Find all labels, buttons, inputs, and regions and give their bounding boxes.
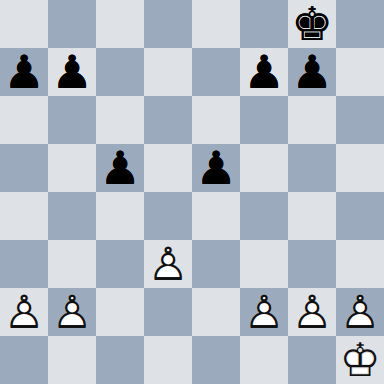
square-c7[interactable] xyxy=(96,48,144,96)
square-f5[interactable] xyxy=(240,144,288,192)
square-d7[interactable] xyxy=(144,48,192,96)
square-d2[interactable] xyxy=(144,288,192,336)
square-g2[interactable]: ♟♙ xyxy=(288,288,336,336)
square-g3[interactable] xyxy=(288,240,336,288)
piece-outline-glyph: ♙ xyxy=(240,288,288,336)
square-h5[interactable] xyxy=(336,144,384,192)
square-c5[interactable]: ♟♙ xyxy=(96,144,144,192)
black-pawn-g7: ♟♙ xyxy=(288,48,336,96)
square-g7[interactable]: ♟♙ xyxy=(288,48,336,96)
square-g6[interactable] xyxy=(288,96,336,144)
square-a3[interactable] xyxy=(0,240,48,288)
square-g4[interactable] xyxy=(288,192,336,240)
square-e2[interactable] xyxy=(192,288,240,336)
square-b6[interactable] xyxy=(48,96,96,144)
square-b7[interactable]: ♟♙ xyxy=(48,48,96,96)
square-a8[interactable] xyxy=(0,0,48,48)
white-pawn-a2: ♟♙ xyxy=(0,288,48,336)
square-e1[interactable] xyxy=(192,336,240,384)
piece-outline-glyph: ♔ xyxy=(288,0,336,48)
chess-board: ♚♔♟♙♟♙♟♙♟♙♟♙♟♙♟♙♟♙♟♙♟♙♟♙♟♙♚♔ xyxy=(0,0,384,384)
square-a6[interactable] xyxy=(0,96,48,144)
square-g1[interactable] xyxy=(288,336,336,384)
square-a4[interactable] xyxy=(0,192,48,240)
square-e8[interactable] xyxy=(192,0,240,48)
black-pawn-a7: ♟♙ xyxy=(0,48,48,96)
square-d3[interactable]: ♟♙ xyxy=(144,240,192,288)
square-c4[interactable] xyxy=(96,192,144,240)
square-e7[interactable] xyxy=(192,48,240,96)
square-a7[interactable]: ♟♙ xyxy=(0,48,48,96)
square-e5[interactable]: ♟♙ xyxy=(192,144,240,192)
square-c3[interactable] xyxy=(96,240,144,288)
square-d8[interactable] xyxy=(144,0,192,48)
square-f7[interactable]: ♟♙ xyxy=(240,48,288,96)
square-b8[interactable] xyxy=(48,0,96,48)
white-pawn-d3: ♟♙ xyxy=(144,240,192,288)
square-f3[interactable] xyxy=(240,240,288,288)
square-f4[interactable] xyxy=(240,192,288,240)
square-e6[interactable] xyxy=(192,96,240,144)
square-h3[interactable] xyxy=(336,240,384,288)
square-b4[interactable] xyxy=(48,192,96,240)
square-b5[interactable] xyxy=(48,144,96,192)
square-h7[interactable] xyxy=(336,48,384,96)
square-d4[interactable] xyxy=(144,192,192,240)
piece-outline-glyph: ♙ xyxy=(96,144,144,192)
square-f2[interactable]: ♟♙ xyxy=(240,288,288,336)
piece-outline-glyph: ♙ xyxy=(144,240,192,288)
square-c2[interactable] xyxy=(96,288,144,336)
square-f1[interactable] xyxy=(240,336,288,384)
square-c1[interactable] xyxy=(96,336,144,384)
square-h8[interactable] xyxy=(336,0,384,48)
white-king-h1: ♚♔ xyxy=(336,336,384,384)
piece-outline-glyph: ♙ xyxy=(288,288,336,336)
square-h6[interactable] xyxy=(336,96,384,144)
white-pawn-b2: ♟♙ xyxy=(48,288,96,336)
piece-outline-glyph: ♙ xyxy=(48,288,96,336)
square-f8[interactable] xyxy=(240,0,288,48)
piece-outline-glyph: ♙ xyxy=(240,48,288,96)
piece-outline-glyph: ♙ xyxy=(0,48,48,96)
piece-outline-glyph: ♙ xyxy=(192,144,240,192)
square-f6[interactable] xyxy=(240,96,288,144)
piece-outline-glyph: ♙ xyxy=(0,288,48,336)
black-pawn-f7: ♟♙ xyxy=(240,48,288,96)
square-h4[interactable] xyxy=(336,192,384,240)
white-pawn-f2: ♟♙ xyxy=(240,288,288,336)
square-c8[interactable] xyxy=(96,0,144,48)
black-pawn-b7: ♟♙ xyxy=(48,48,96,96)
piece-outline-glyph: ♙ xyxy=(336,288,384,336)
square-c6[interactable] xyxy=(96,96,144,144)
square-d1[interactable] xyxy=(144,336,192,384)
square-d5[interactable] xyxy=(144,144,192,192)
piece-outline-glyph: ♔ xyxy=(336,336,384,384)
white-pawn-h2: ♟♙ xyxy=(336,288,384,336)
square-h1[interactable]: ♚♔ xyxy=(336,336,384,384)
square-g8[interactable]: ♚♔ xyxy=(288,0,336,48)
white-pawn-g2: ♟♙ xyxy=(288,288,336,336)
square-a2[interactable]: ♟♙ xyxy=(0,288,48,336)
black-pawn-c5: ♟♙ xyxy=(96,144,144,192)
square-a5[interactable] xyxy=(0,144,48,192)
square-e4[interactable] xyxy=(192,192,240,240)
square-a1[interactable] xyxy=(0,336,48,384)
square-g5[interactable] xyxy=(288,144,336,192)
piece-outline-glyph: ♙ xyxy=(288,48,336,96)
square-d6[interactable] xyxy=(144,96,192,144)
square-b2[interactable]: ♟♙ xyxy=(48,288,96,336)
square-h2[interactable]: ♟♙ xyxy=(336,288,384,336)
square-b1[interactable] xyxy=(48,336,96,384)
square-b3[interactable] xyxy=(48,240,96,288)
piece-outline-glyph: ♙ xyxy=(48,48,96,96)
black-pawn-e5: ♟♙ xyxy=(192,144,240,192)
black-king-g8: ♚♔ xyxy=(288,0,336,48)
square-e3[interactable] xyxy=(192,240,240,288)
